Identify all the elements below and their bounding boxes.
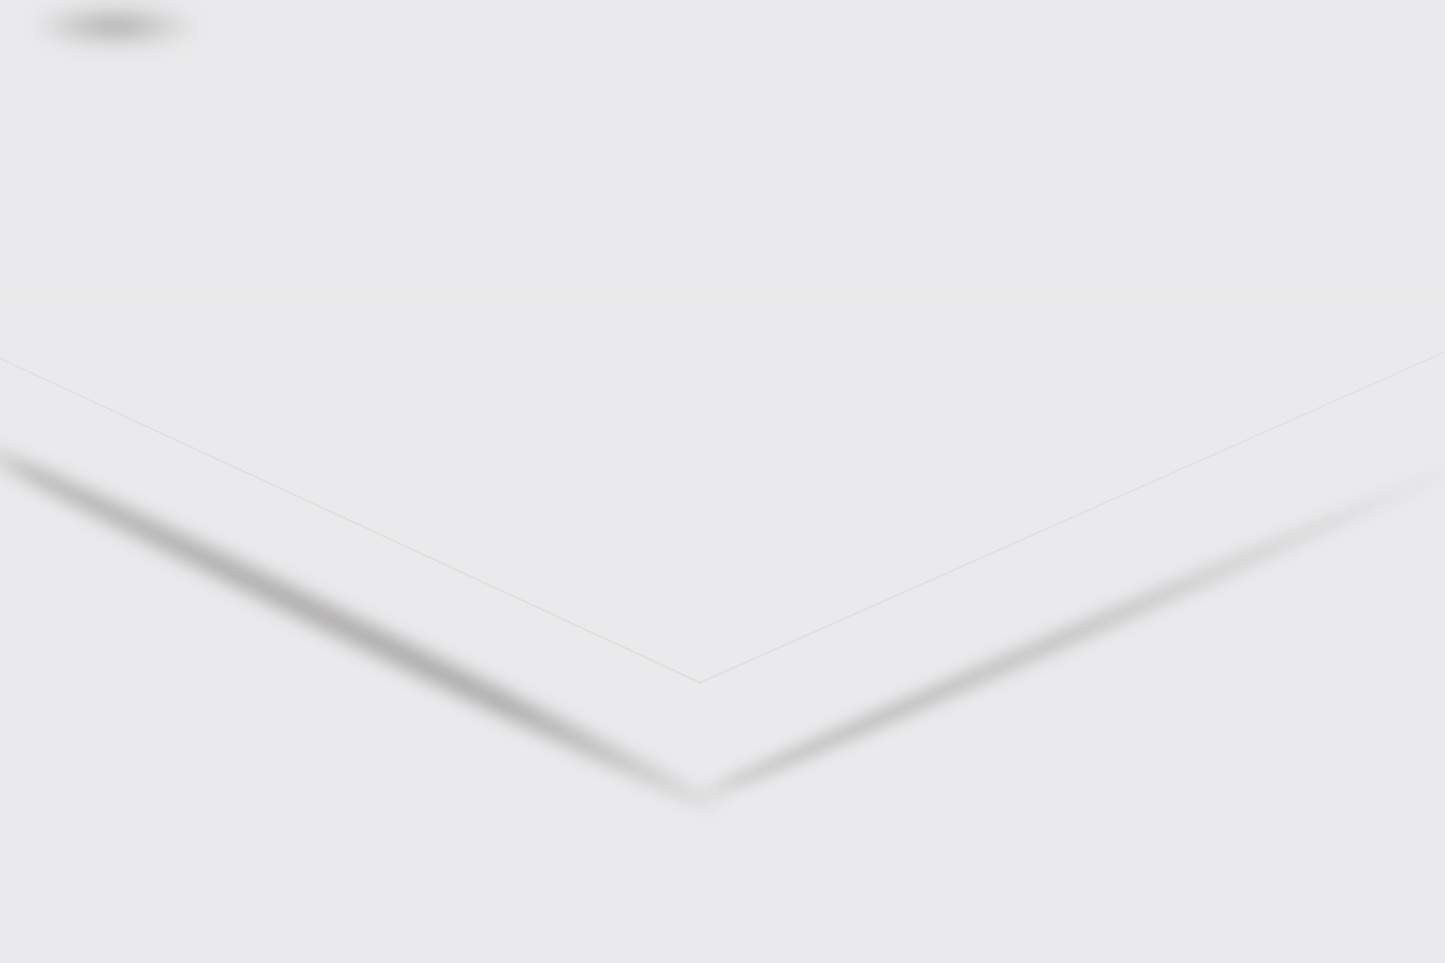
board-top-face	[0, 0, 1445, 684]
photo-stage	[0, 0, 1445, 963]
board-scene	[0, 0, 1445, 963]
chess-board	[0, 0, 1445, 684]
